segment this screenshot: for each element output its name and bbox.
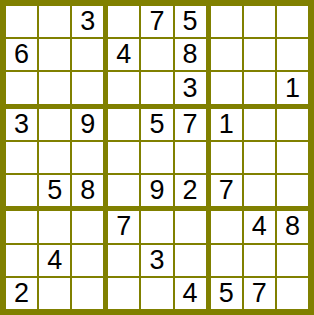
cell-r2c9[interactable] [277, 39, 308, 70]
sudoku-board: 375648313957158927748432457 [0, 0, 314, 315]
cell-r6c8[interactable] [244, 175, 275, 206]
cell-r7c1[interactable] [6, 211, 37, 242]
cell-r2c5[interactable] [141, 39, 172, 70]
cell-r3c6[interactable]: 3 [175, 72, 206, 103]
cell-r6c6[interactable]: 2 [175, 175, 206, 206]
cell-r8c4[interactable] [108, 245, 139, 276]
cell-r2c8[interactable] [244, 39, 275, 70]
cell-r9c2[interactable] [39, 278, 70, 309]
cell-r4c8[interactable] [244, 109, 275, 140]
cell-r7c4[interactable]: 7 [108, 211, 139, 242]
cell-r8c1[interactable] [6, 245, 37, 276]
cell-r6c9[interactable] [277, 175, 308, 206]
cell-r7c6[interactable] [175, 211, 206, 242]
cell-r5c4[interactable] [108, 142, 139, 173]
cell-r8c9[interactable] [277, 245, 308, 276]
cell-r8c5[interactable]: 3 [141, 245, 172, 276]
cell-r5c9[interactable] [277, 142, 308, 173]
cell-r5c8[interactable] [244, 142, 275, 173]
cell-r1c4[interactable] [108, 6, 139, 37]
cell-r8c8[interactable] [244, 245, 275, 276]
cell-r6c3[interactable]: 8 [72, 175, 103, 206]
cell-r2c3[interactable] [72, 39, 103, 70]
cell-r4c5[interactable]: 5 [141, 109, 172, 140]
cell-r1c7[interactable] [211, 6, 242, 37]
cell-r1c9[interactable] [277, 6, 308, 37]
cell-r3c7[interactable] [211, 72, 242, 103]
cell-r9c5[interactable] [141, 278, 172, 309]
cell-r1c3[interactable]: 3 [72, 6, 103, 37]
cell-r2c4[interactable]: 4 [108, 39, 139, 70]
cell-r8c3[interactable] [72, 245, 103, 276]
cell-r8c6[interactable] [175, 245, 206, 276]
cell-r1c8[interactable] [244, 6, 275, 37]
cell-r9c7[interactable]: 5 [211, 278, 242, 309]
cell-r9c8[interactable]: 7 [244, 278, 275, 309]
cell-r2c2[interactable] [39, 39, 70, 70]
cell-r1c6[interactable]: 5 [175, 6, 206, 37]
cell-r4c9[interactable] [277, 109, 308, 140]
cell-r5c7[interactable] [211, 142, 242, 173]
cell-r3c9[interactable]: 1 [277, 72, 308, 103]
cell-r3c4[interactable] [108, 72, 139, 103]
cell-r6c4[interactable] [108, 175, 139, 206]
cell-r5c6[interactable] [175, 142, 206, 173]
cell-r6c5[interactable]: 9 [141, 175, 172, 206]
cell-r2c1[interactable]: 6 [6, 39, 37, 70]
cell-r4c2[interactable] [39, 109, 70, 140]
cell-r9c3[interactable] [72, 278, 103, 309]
cell-r4c3[interactable]: 9 [72, 109, 103, 140]
cell-r6c7[interactable]: 7 [211, 175, 242, 206]
cell-r1c1[interactable] [6, 6, 37, 37]
cell-r7c2[interactable] [39, 211, 70, 242]
cell-r3c1[interactable] [6, 72, 37, 103]
cell-r7c3[interactable] [72, 211, 103, 242]
cell-r1c5[interactable]: 7 [141, 6, 172, 37]
cell-r1c2[interactable] [39, 6, 70, 37]
cell-r3c2[interactable] [39, 72, 70, 103]
cell-r7c7[interactable] [211, 211, 242, 242]
cell-r7c5[interactable] [141, 211, 172, 242]
cell-r3c5[interactable] [141, 72, 172, 103]
cell-r5c5[interactable] [141, 142, 172, 173]
cell-r9c4[interactable] [108, 278, 139, 309]
cell-r7c8[interactable]: 4 [244, 211, 275, 242]
cell-r4c1[interactable]: 3 [6, 109, 37, 140]
cell-r6c2[interactable]: 5 [39, 175, 70, 206]
cell-r9c9[interactable] [277, 278, 308, 309]
cell-r6c1[interactable] [6, 175, 37, 206]
cell-r8c7[interactable] [211, 245, 242, 276]
cell-r4c7[interactable]: 1 [211, 109, 242, 140]
cell-r4c6[interactable]: 7 [175, 109, 206, 140]
cell-r2c6[interactable]: 8 [175, 39, 206, 70]
cell-r5c2[interactable] [39, 142, 70, 173]
cell-r7c9[interactable]: 8 [277, 211, 308, 242]
cell-r9c6[interactable]: 4 [175, 278, 206, 309]
cell-r8c2[interactable]: 4 [39, 245, 70, 276]
cell-r2c7[interactable] [211, 39, 242, 70]
cell-r4c4[interactable] [108, 109, 139, 140]
cell-r5c1[interactable] [6, 142, 37, 173]
cell-r5c3[interactable] [72, 142, 103, 173]
cell-r3c8[interactable] [244, 72, 275, 103]
cell-r3c3[interactable] [72, 72, 103, 103]
cell-r9c1[interactable]: 2 [6, 278, 37, 309]
